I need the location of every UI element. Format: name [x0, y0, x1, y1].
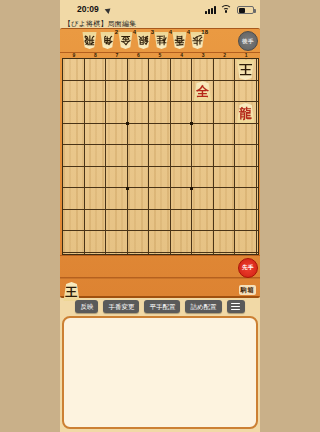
battery-icon: [237, 6, 254, 14]
hand-piece-角[interactable]: 角2: [100, 32, 115, 49]
star-point: [126, 187, 129, 190]
sente-hand-tray[interactable]: 先手: [60, 255, 260, 278]
shogi-board-area: 飛角2金4銀3桂4香4歩18 後手 9 8 7 6 5 4 3 2 1 王全龍 …: [60, 28, 260, 298]
signal-icon: [205, 6, 216, 14]
hand-piece-飛[interactable]: 飛: [82, 32, 97, 49]
change-turn-button[interactable]: 手番変更: [103, 300, 139, 313]
hand-piece-桂[interactable]: 桂4: [154, 32, 169, 49]
hand-piece-歩[interactable]: 歩18: [190, 32, 205, 49]
gote-hand-tray[interactable]: 飛角2金4銀3桂4香4歩18 後手: [60, 29, 260, 53]
star-point: [190, 187, 193, 190]
piece-box-tray[interactable]: 王 駒箱: [60, 278, 260, 301]
gote-hand-pieces: 飛角2金4銀3桂4香4歩18: [82, 31, 205, 49]
hand-piece-銀[interactable]: 銀3: [136, 32, 151, 49]
hamburger-menu-icon[interactable]: [227, 300, 245, 313]
piyo-shogi-screen: 20:09 【ぴよ将棋】局面編集 飛角2金4銀3桂4香4歩18 後手 9 8 7…: [60, 0, 260, 432]
tsume-setup-button[interactable]: 詰め配置: [185, 300, 221, 313]
board-piece-王-1a[interactable]: 王: [236, 60, 255, 80]
hand-piece-香[interactable]: 香4: [172, 32, 187, 49]
sente-turn-badge[interactable]: 先手: [238, 258, 258, 278]
wifi-icon: [220, 5, 232, 14]
move-list-panel: [62, 316, 258, 429]
even-setup-button[interactable]: 平手配置: [144, 300, 180, 313]
gote-turn-badge[interactable]: 後手: [238, 31, 258, 51]
hand-piece-王[interactable]: 王: [63, 282, 80, 301]
shogi-board[interactable]: 王全龍: [62, 58, 259, 255]
apply-button[interactable]: 反映: [75, 300, 98, 313]
location-icon: [105, 6, 113, 14]
star-point: [190, 122, 193, 125]
status-bar: 20:09: [60, 0, 260, 18]
board-piece-全-3b[interactable]: 全: [193, 81, 212, 101]
hand-piece-金[interactable]: 金4: [118, 32, 133, 49]
piece-box-label: 駒箱: [239, 285, 256, 295]
piece-box-pieces: 王: [63, 281, 80, 301]
clock: 20:09: [77, 4, 99, 14]
edit-toolbar: 反映 手番変更 平手配置 詰め配置: [60, 300, 260, 314]
board-piece-龍-1c[interactable]: 龍: [236, 103, 255, 123]
star-point: [126, 122, 129, 125]
